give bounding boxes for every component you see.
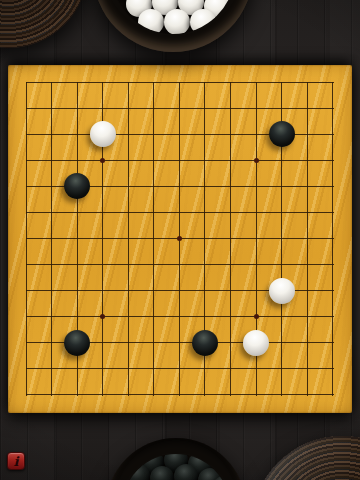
- white-bowl-stone: ○: [190, 9, 216, 34]
- grid-line: [153, 82, 154, 396]
- bowl-lid-bottom-right: [252, 436, 360, 480]
- lid-sheen: [252, 436, 360, 480]
- star-point: [177, 236, 182, 241]
- white-stone: ○: [243, 330, 269, 356]
- board-grid[interactable]: ○●●○●●○: [26, 82, 333, 396]
- star-point: [254, 158, 259, 163]
- go-app-screen: ○○○○○○○○○○○○○○○○○○○○○○○○○ ○●●○●●○ ●●●●●●…: [0, 0, 360, 480]
- black-stone: ●: [192, 330, 218, 356]
- bowl-lid-top-left: [0, 0, 88, 48]
- info-icon: i: [14, 454, 19, 469]
- white-stone: ○: [90, 121, 116, 147]
- black-stone: ●: [64, 330, 90, 356]
- grid-line: [51, 82, 52, 396]
- star-point: [100, 314, 105, 319]
- grid-line: [332, 82, 333, 396]
- black-stone: ●: [64, 173, 90, 199]
- grid-line: [26, 264, 334, 265]
- grid-line: [26, 82, 27, 396]
- star-point: [100, 158, 105, 163]
- grid-line: [26, 160, 334, 161]
- grid-line: [307, 82, 308, 396]
- black-bowl-stones: ●●●●●●●●●●●●●●●: [122, 454, 230, 480]
- white-bowl-stone: ○: [164, 9, 190, 34]
- star-point: [254, 314, 259, 319]
- black-stone-bowl: ●●●●●●●●●●●●●●●: [106, 438, 246, 480]
- white-bowl-stones: ○○○○○○○○○○○○○○○○○○○○○○○○○: [111, 0, 235, 34]
- grid-line: [26, 394, 334, 395]
- white-stone: ○: [269, 278, 295, 304]
- grid-line: [26, 108, 334, 109]
- white-bowl-stone: ○: [138, 9, 164, 34]
- grid-line: [26, 368, 334, 369]
- grid-line: [26, 316, 334, 317]
- grid-line: [26, 212, 334, 213]
- black-stone: ●: [269, 121, 295, 147]
- grid-line: [128, 82, 129, 396]
- white-stone-bowl: ○○○○○○○○○○○○○○○○○○○○○○○○○: [93, 0, 253, 52]
- go-board[interactable]: ○●●○●●○: [8, 65, 352, 413]
- grid-line: [26, 82, 334, 83]
- info-button[interactable]: i: [7, 452, 25, 470]
- grid-line: [230, 82, 231, 396]
